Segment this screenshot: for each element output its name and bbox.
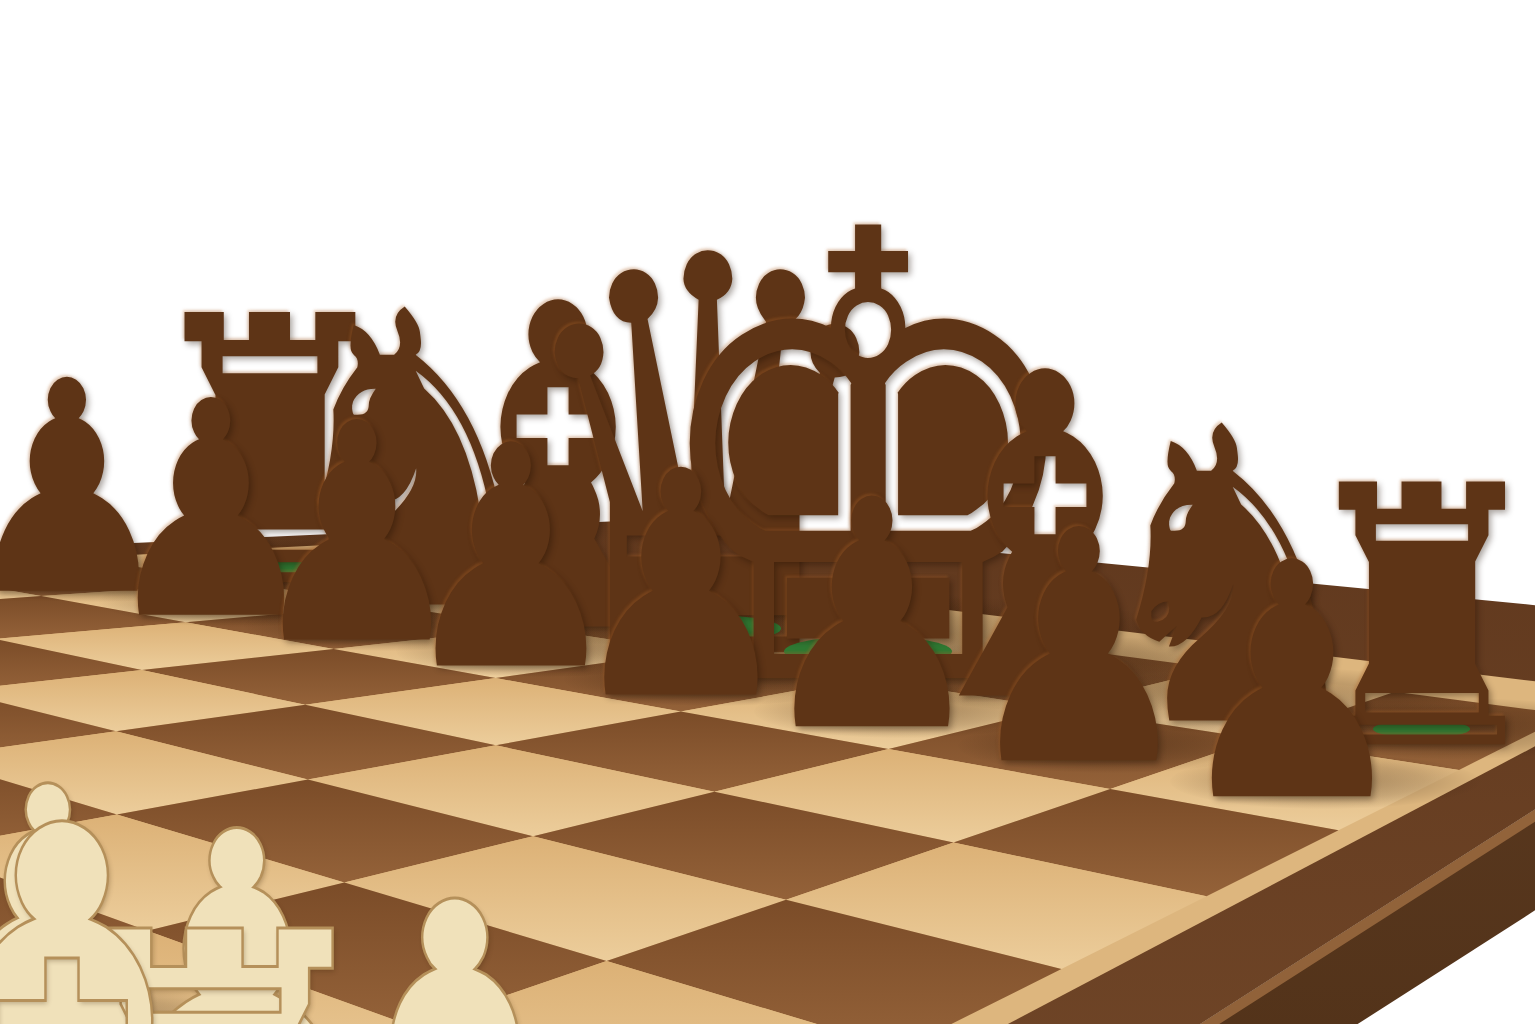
chess-photo-scene: ♜♟♞♟♝♟♛♚♟♝♟♞♟♜♟♟♟♟♟♜♝ [0,0,1535,1024]
chess-board [0,0,1535,1024]
